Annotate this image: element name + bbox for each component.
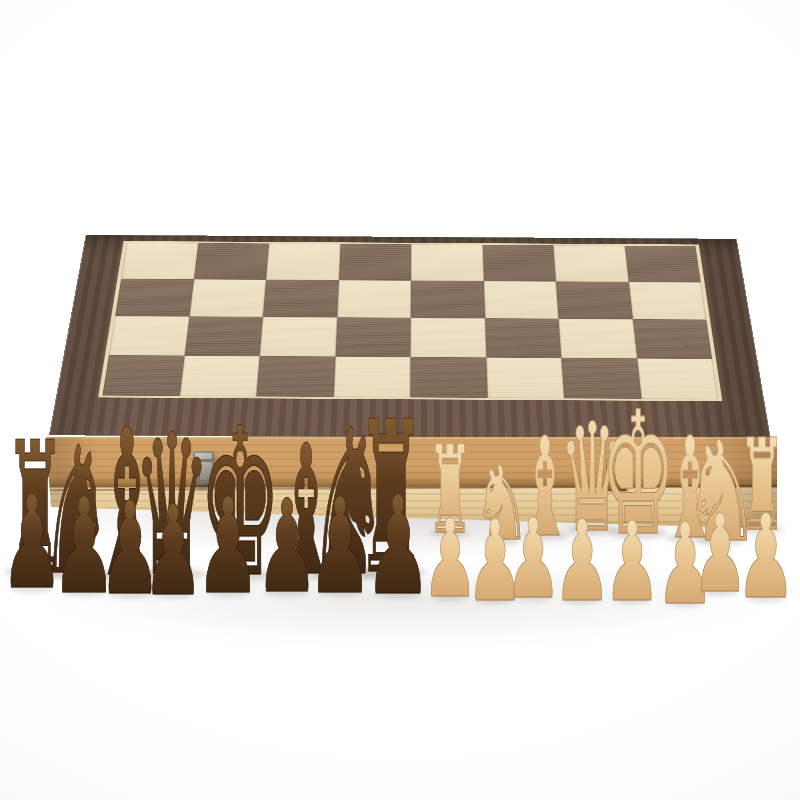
product-photo-stage: ♜♞♝♛♚♝♞♜♜♞♝♛♚♝♞♜♟♟♟♟♟♟♟♟♟♟♟♟♟♟♟♟ [0,0,800,800]
pieces-layer: ♜♞♝♛♚♝♞♜♜♞♝♛♚♝♞♜♟♟♟♟♟♟♟♟♟♟♟♟♟♟♟♟ [0,0,800,800]
dark-pawn-5-glyph: ♟ [195,480,260,612]
dark-pawn-7-glyph: ♟ [307,480,372,612]
light-pawn-4-glyph: ♟ [553,505,611,617]
light-pawn-8-glyph: ♟ [736,499,796,615]
dark-pawn-4-glyph: ♟ [142,489,203,613]
light-pawn-5-glyph: ♟ [603,507,660,617]
